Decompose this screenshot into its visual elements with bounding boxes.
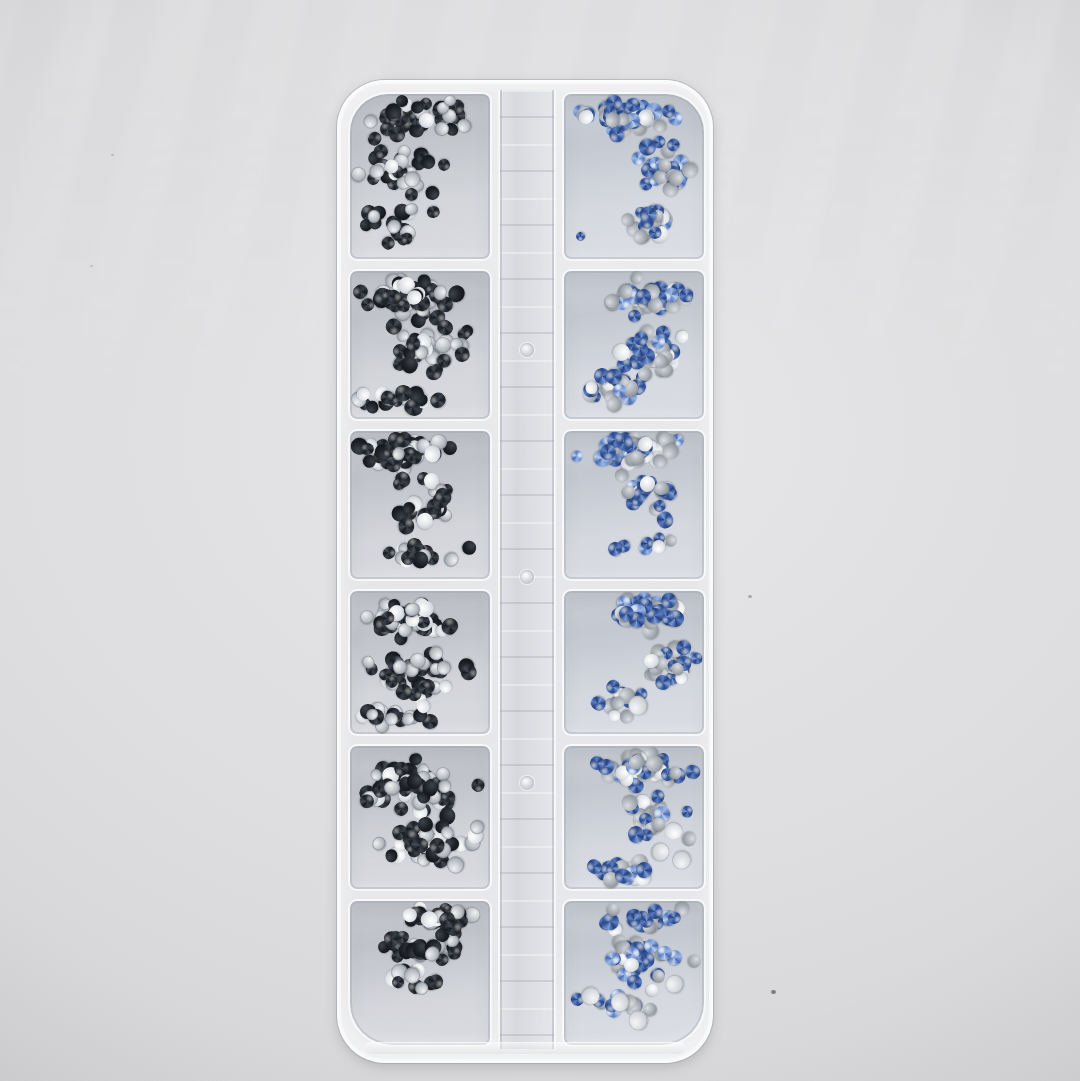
compartment-row2-left [348, 269, 492, 421]
rhinestone [669, 766, 682, 779]
rhinestone [424, 185, 440, 201]
rhinestone [574, 230, 587, 243]
spine-rivet [520, 343, 534, 357]
rhinestone [662, 972, 687, 997]
compartment-row1-left [348, 92, 492, 261]
rhinestone [626, 974, 643, 990]
rhinestone [687, 954, 702, 970]
compartment-row6-right [562, 899, 706, 1047]
photo-backdrop [0, 0, 1080, 1081]
rhinestone [448, 946, 461, 959]
dust-speck [748, 595, 752, 598]
rhinestone [456, 117, 473, 134]
rhinestone [391, 799, 411, 819]
rhinestone [685, 764, 703, 782]
compartment-row2-right [562, 269, 706, 421]
rhinestone [406, 336, 420, 350]
compartment-row1-right [562, 92, 706, 261]
rhinestone [649, 840, 672, 863]
rhinestone [359, 794, 374, 808]
rhinestone [643, 981, 660, 998]
rhinestone [669, 847, 695, 873]
case-grid [341, 84, 709, 1059]
rhinestone [681, 805, 694, 819]
rhinestone [609, 127, 625, 143]
rhinestone [437, 354, 452, 369]
spine-rivet [520, 570, 534, 584]
rhinestone [438, 779, 451, 792]
rhinestone [416, 699, 429, 713]
rhinestone [423, 444, 441, 463]
rhinestone [418, 112, 434, 128]
rhinestone [469, 776, 487, 794]
rhinestone [680, 829, 699, 848]
case-bottom-rim [365, 1042, 685, 1054]
rhinestone [674, 328, 691, 345]
rhinestone [361, 112, 381, 132]
compartment-row5-right [562, 744, 706, 891]
rhinestone [454, 345, 472, 363]
compartment-row4-right [562, 589, 706, 736]
rhinestone [462, 540, 477, 555]
rhinestone [628, 1010, 648, 1031]
rhinestone [437, 158, 451, 172]
rhinestone [348, 165, 369, 185]
rhinestone [607, 709, 621, 722]
dust-speck [771, 990, 776, 994]
rhinestone [425, 204, 440, 219]
rhinestone [402, 907, 417, 922]
compartment-row4-left [348, 589, 492, 736]
rhinestone [427, 389, 449, 411]
rhinestone [585, 381, 597, 394]
rhinestone [441, 549, 461, 569]
rhinestone [664, 822, 684, 841]
rhinestone [628, 309, 642, 322]
spine-rivet [520, 776, 534, 790]
compartment-row5-left [348, 744, 492, 891]
dust-speck [111, 154, 114, 156]
center-spine [498, 90, 556, 1049]
compartment-row3-right [562, 429, 706, 581]
rhinestone-case [337, 80, 713, 1063]
rhinestone [570, 449, 585, 464]
rhinestone [385, 850, 397, 863]
compartment-row6-left [348, 899, 492, 1047]
compartment-row3-left [348, 429, 492, 581]
rhinestone [691, 653, 702, 665]
rhinestone [680, 289, 694, 303]
dust-speck [90, 265, 93, 267]
